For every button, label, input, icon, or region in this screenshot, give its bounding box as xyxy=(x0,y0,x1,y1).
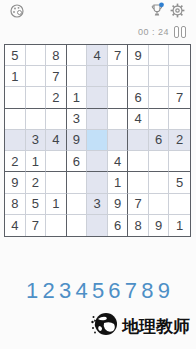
sudoku-cell-r9c7[interactable]: 8 xyxy=(128,215,149,236)
top-bar xyxy=(0,0,196,22)
sudoku-cell-r6c6[interactable]: 4 xyxy=(108,151,129,172)
sudoku-cell-r8c3[interactable]: 1 xyxy=(46,194,67,215)
numpad-8[interactable]: 8 xyxy=(141,276,153,306)
sudoku-cell-r3c1[interactable] xyxy=(5,87,26,108)
sudoku-cell-r9c1[interactable]: 4 xyxy=(5,215,26,236)
sudoku-cell-r1c3[interactable]: 8 xyxy=(46,45,67,66)
sudoku-cell-r5c2[interactable]: 3 xyxy=(26,130,47,151)
sudoku-cell-r4c8[interactable] xyxy=(149,109,170,130)
sudoku-cell-r6c7[interactable] xyxy=(128,151,149,172)
sudoku-cell-r6c9[interactable] xyxy=(169,151,190,172)
sudoku-cell-r2c3[interactable]: 7 xyxy=(46,66,67,87)
numpad-7[interactable]: 7 xyxy=(125,276,137,306)
sudoku-cell-r6c4[interactable]: 6 xyxy=(67,151,88,172)
sudoku-cell-r2c7[interactable] xyxy=(128,66,149,87)
sudoku-cell-r9c6[interactable]: 6 xyxy=(108,215,129,236)
sudoku-cell-r8c6[interactable]: 9 xyxy=(108,194,129,215)
numpad-2[interactable]: 2 xyxy=(42,276,54,306)
sudoku-cell-r8c4[interactable] xyxy=(67,194,88,215)
numpad-3[interactable]: 3 xyxy=(59,276,71,306)
sudoku-cell-r1c7[interactable]: 9 xyxy=(128,45,149,66)
sudoku-cell-r3c6[interactable] xyxy=(108,87,129,108)
globe-logo-icon xyxy=(90,309,120,343)
sudoku-cell-r4c1[interactable] xyxy=(5,109,26,130)
sudoku-cell-r9c9[interactable]: 1 xyxy=(169,215,190,236)
sudoku-cell-r1c6[interactable]: 7 xyxy=(108,45,129,66)
sudoku-cell-r2c9[interactable] xyxy=(169,66,190,87)
sudoku-cell-r9c2[interactable]: 7 xyxy=(26,215,47,236)
sudoku-cell-r8c2[interactable]: 5 xyxy=(26,194,47,215)
sudoku-cell-r1c8[interactable] xyxy=(149,45,170,66)
sudoku-cell-r4c7[interactable]: 4 xyxy=(128,109,149,130)
sudoku-grid[interactable]: 58479172167343496221649215851397476891 xyxy=(4,44,191,237)
sudoku-cell-r8c8[interactable] xyxy=(149,194,170,215)
sudoku-cell-r9c5[interactable] xyxy=(87,215,108,236)
numpad-9[interactable]: 9 xyxy=(158,276,170,306)
sudoku-cell-r4c2[interactable] xyxy=(26,109,47,130)
sudoku-cell-r7c9[interactable]: 5 xyxy=(169,172,190,193)
sudoku-cell-r4c3[interactable] xyxy=(46,109,67,130)
sudoku-cell-r6c3[interactable] xyxy=(46,151,67,172)
sudoku-cell-r7c1[interactable]: 9 xyxy=(5,172,26,193)
sudoku-cell-r1c5[interactable]: 4 xyxy=(87,45,108,66)
sudoku-cell-r3c8[interactable] xyxy=(149,87,170,108)
trophy-icon[interactable] xyxy=(149,2,165,18)
sudoku-cell-r2c2[interactable] xyxy=(26,66,47,87)
sudoku-cell-r7c7[interactable] xyxy=(128,172,149,193)
number-pad[interactable]: 123456789 xyxy=(0,276,196,306)
sudoku-cell-r7c8[interactable] xyxy=(149,172,170,193)
sudoku-cell-r5c1[interactable] xyxy=(5,130,26,151)
sudoku-cell-r5c5[interactable] xyxy=(87,130,108,151)
sudoku-cell-r4c5[interactable] xyxy=(87,109,108,130)
sudoku-cell-r3c9[interactable]: 7 xyxy=(169,87,190,108)
sudoku-cell-r3c2[interactable] xyxy=(26,87,47,108)
sudoku-cell-r3c7[interactable]: 6 xyxy=(128,87,149,108)
timer-row: 00 : 24 xyxy=(138,26,186,38)
sudoku-cell-r8c9[interactable] xyxy=(169,194,190,215)
sudoku-cell-r2c8[interactable] xyxy=(149,66,170,87)
sudoku-cell-r5c6[interactable] xyxy=(108,130,129,151)
sudoku-cell-r2c6[interactable] xyxy=(108,66,129,87)
sudoku-cell-r9c4[interactable] xyxy=(67,215,88,236)
sudoku-cell-r4c4[interactable]: 3 xyxy=(67,109,88,130)
sudoku-cell-r9c8[interactable]: 9 xyxy=(149,215,170,236)
watermark: 地理教师 xyxy=(90,309,190,343)
sudoku-cell-r5c4[interactable]: 9 xyxy=(67,130,88,151)
sudoku-cell-r3c4[interactable]: 1 xyxy=(67,87,88,108)
sudoku-cell-r5c3[interactable]: 4 xyxy=(46,130,67,151)
sudoku-cell-r9c3[interactable] xyxy=(46,215,67,236)
numpad-6[interactable]: 6 xyxy=(108,276,120,306)
sudoku-cell-r6c5[interactable] xyxy=(87,151,108,172)
sudoku-cell-r4c6[interactable] xyxy=(108,109,129,130)
timer-text: 00 : 24 xyxy=(138,27,169,37)
sudoku-cell-r3c5[interactable] xyxy=(87,87,108,108)
sudoku-cell-r5c7[interactable] xyxy=(128,130,149,151)
sudoku-cell-r7c6[interactable]: 1 xyxy=(108,172,129,193)
sudoku-cell-r7c3[interactable] xyxy=(46,172,67,193)
sudoku-cell-r1c4[interactable] xyxy=(67,45,88,66)
sudoku-cell-r1c1[interactable]: 5 xyxy=(5,45,26,66)
sudoku-cell-r5c8[interactable]: 6 xyxy=(149,130,170,151)
sudoku-cell-r7c4[interactable] xyxy=(67,172,88,193)
sudoku-cell-r6c2[interactable]: 1 xyxy=(26,151,47,172)
sudoku-cell-r7c5[interactable] xyxy=(87,172,108,193)
palette-icon[interactable] xyxy=(9,3,25,19)
sudoku-cell-r8c1[interactable]: 8 xyxy=(5,194,26,215)
sudoku-cell-r1c2[interactable] xyxy=(26,45,47,66)
sudoku-cell-r6c8[interactable] xyxy=(149,151,170,172)
sudoku-cell-r5c9[interactable]: 2 xyxy=(169,130,190,151)
sudoku-cell-r6c1[interactable]: 2 xyxy=(5,151,26,172)
sudoku-cell-r7c2[interactable]: 2 xyxy=(26,172,47,193)
settings-gear-icon[interactable] xyxy=(170,3,186,19)
sudoku-cell-r4c9[interactable] xyxy=(169,109,190,130)
pause-icon[interactable] xyxy=(174,26,186,38)
sudoku-cell-r3c3[interactable]: 2 xyxy=(46,87,67,108)
sudoku-cell-r2c1[interactable]: 1 xyxy=(5,66,26,87)
sudoku-cell-r1c9[interactable] xyxy=(169,45,190,66)
numpad-4[interactable]: 4 xyxy=(75,276,87,306)
watermark-text: 地理教师 xyxy=(122,315,190,338)
numpad-5[interactable]: 5 xyxy=(92,276,104,306)
sudoku-cell-r8c5[interactable]: 3 xyxy=(87,194,108,215)
sudoku-cell-r2c4[interactable] xyxy=(67,66,88,87)
sudoku-cell-r2c5[interactable] xyxy=(87,66,108,87)
numpad-1[interactable]: 1 xyxy=(26,276,38,306)
sudoku-cell-r8c7[interactable]: 7 xyxy=(128,194,149,215)
